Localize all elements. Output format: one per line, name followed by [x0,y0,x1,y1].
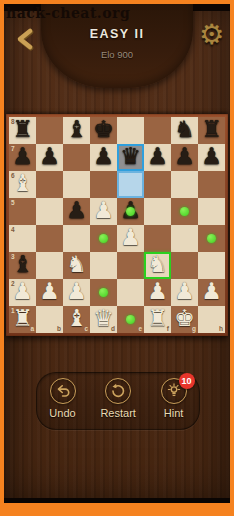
square-a2[interactable]: 2♟ [9,279,36,306]
square-f5[interactable] [144,198,171,225]
square-f3[interactable]: ♞ [144,252,171,279]
square-h8[interactable]: ♜ [198,117,225,144]
square-d5[interactable]: ♟ [90,198,117,225]
square-b8[interactable] [36,117,63,144]
back-button[interactable] [14,27,36,51]
restart-icon [105,378,131,404]
piece-white-pawn[interactable]: ♟ [90,197,117,224]
file-label: b [57,325,61,332]
settings-gear-icon[interactable]: ⚙ [199,21,224,49]
square-h3[interactable] [198,252,225,279]
hint-bulb-icon: 10 [161,378,187,404]
piece-white-rook[interactable]: ♜ [144,305,171,332]
square-c8[interactable]: ♝ [63,117,90,144]
undo-button[interactable]: Undo [49,378,75,419]
square-f2[interactable]: ♟ [144,279,171,306]
square-e6[interactable] [117,171,144,198]
piece-white-knight[interactable]: ♞ [63,251,90,278]
legal-move-dot[interactable] [99,288,108,297]
square-b3[interactable] [36,252,63,279]
square-g8[interactable]: ♞ [171,117,198,144]
square-a6[interactable]: 6♝ [9,171,36,198]
piece-white-bishop[interactable]: ♝ [9,170,36,197]
piece-white-pawn[interactable]: ♟ [117,224,144,251]
piece-black-bishop[interactable]: ♝ [63,116,90,143]
square-a3[interactable]: 3♝ [9,252,36,279]
square-d8[interactable]: ♚ [90,117,117,144]
piece-black-pawn[interactable]: ♟ [90,143,117,170]
rank-label: 5 [11,199,15,206]
square-c1[interactable]: c♝ [63,306,90,333]
piece-white-knight[interactable]: ♞ [144,251,171,278]
square-h4[interactable] [198,225,225,252]
square-b6[interactable] [36,171,63,198]
square-e5[interactable]: ♟ [117,198,144,225]
legal-move-dot[interactable] [180,207,189,216]
piece-white-pawn[interactable]: ♟ [36,278,63,305]
piece-black-pawn[interactable]: ♟ [171,143,198,170]
square-g3[interactable] [171,252,198,279]
square-a1[interactable]: 1a♜ [9,306,36,333]
piece-white-rook[interactable]: ♜ [9,305,36,332]
square-f7[interactable]: ♟ [144,144,171,171]
square-h2[interactable]: ♟ [198,279,225,306]
square-a8[interactable]: 8♜ [9,117,36,144]
rank-label: 4 [11,226,15,233]
piece-black-queen[interactable]: ♛ [117,143,144,170]
square-b1[interactable]: b [36,306,63,333]
square-b4[interactable] [36,225,63,252]
square-h1[interactable]: h [198,306,225,333]
restart-label: Restart [100,407,135,419]
square-g2[interactable]: ♟ [171,279,198,306]
square-d6[interactable] [90,171,117,198]
piece-black-pawn[interactable]: ♟ [144,143,171,170]
piece-black-king[interactable]: ♚ [90,116,117,143]
legal-move-dot[interactable] [207,234,216,243]
square-c3[interactable]: ♞ [63,252,90,279]
square-g1[interactable]: g♚ [171,306,198,333]
app-background: hack-cheat.org ⚙ EASY II Elo 900 8♜♝♚♞♜7… [4,4,230,503]
piece-black-pawn[interactable]: ♟ [36,143,63,170]
square-d4[interactable] [90,225,117,252]
board-frame: 8♜♝♚♞♜7♟♟♟♛♟♟♟6♝5♟♟♟4♟3♝♞♞2♟♟♟♟♟♟1a♜bc♝d… [6,114,228,336]
watermark-frame: hack-cheat.org ⚙ EASY II Elo 900 8♜♝♚♞♜7… [0,0,234,516]
square-g4[interactable] [171,225,198,252]
square-a5[interactable]: 5 [9,198,36,225]
square-e3[interactable] [117,252,144,279]
hint-button[interactable]: 10 Hint [161,378,187,419]
square-f8[interactable] [144,117,171,144]
elo-subtitle: Elo 900 [4,49,230,60]
square-e7[interactable]: ♛ [117,144,144,171]
square-f1[interactable]: f♜ [144,306,171,333]
square-f6[interactable] [144,171,171,198]
square-c7[interactable] [63,144,90,171]
square-b5[interactable] [36,198,63,225]
square-h5[interactable] [198,198,225,225]
square-e8[interactable] [117,117,144,144]
piece-white-bishop[interactable]: ♝ [63,305,90,332]
square-d7[interactable]: ♟ [90,144,117,171]
file-label: h [219,325,223,332]
restart-button[interactable]: Restart [100,378,135,419]
square-c6[interactable] [63,171,90,198]
back-chevron-icon [14,27,36,51]
hint-label: Hint [164,407,184,419]
square-b2[interactable]: ♟ [36,279,63,306]
piece-white-pawn[interactable]: ♟ [9,278,36,305]
square-d3[interactable] [90,252,117,279]
piece-white-king[interactable]: ♚ [171,305,198,332]
bottom-black-band [4,498,230,503]
watermark-text: hack-cheat.org [6,5,130,21]
piece-white-pawn[interactable]: ♟ [63,278,90,305]
square-d2[interactable] [90,279,117,306]
square-d1[interactable]: d♛ [90,306,117,333]
square-h7[interactable]: ♟ [198,144,225,171]
square-c4[interactable] [63,225,90,252]
square-f4[interactable] [144,225,171,252]
piece-black-pawn[interactable]: ♟ [63,197,90,224]
file-label: e [138,325,142,332]
legal-move-dot[interactable] [99,234,108,243]
legal-move-dot[interactable] [126,207,135,216]
square-g5[interactable] [171,198,198,225]
square-g6[interactable] [171,171,198,198]
piece-white-pawn[interactable]: ♟ [198,278,225,305]
hint-count-badge: 10 [179,373,195,389]
piece-white-pawn[interactable]: ♟ [171,278,198,305]
piece-black-pawn[interactable]: ♟ [198,143,225,170]
square-e4[interactable]: ♟ [117,225,144,252]
square-e2[interactable] [117,279,144,306]
square-a4[interactable]: 4 [9,225,36,252]
piece-white-queen[interactable]: ♛ [90,305,117,332]
piece-black-knight[interactable]: ♞ [171,116,198,143]
square-b7[interactable]: ♟ [36,144,63,171]
legal-move-dot[interactable] [126,315,135,324]
page-title: EASY II [4,27,230,41]
piece-black-rook[interactable]: ♜ [198,116,225,143]
undo-label: Undo [49,407,75,419]
chess-board[interactable]: 8♜♝♚♞♜7♟♟♟♛♟♟♟6♝5♟♟♟4♟3♝♞♞2♟♟♟♟♟♟1a♜bc♝d… [9,117,225,333]
piece-black-bishop[interactable]: ♝ [9,251,36,278]
piece-black-pawn[interactable]: ♟ [9,143,36,170]
square-c5[interactable]: ♟ [63,198,90,225]
piece-black-rook[interactable]: ♜ [9,116,36,143]
square-a7[interactable]: 7♟ [9,144,36,171]
square-c2[interactable]: ♟ [63,279,90,306]
piece-white-pawn[interactable]: ♟ [144,278,171,305]
square-g7[interactable]: ♟ [171,144,198,171]
undo-icon [50,378,76,404]
square-e1[interactable]: e [117,306,144,333]
square-h6[interactable] [198,171,225,198]
controls-panel: Undo Restart [36,372,200,430]
